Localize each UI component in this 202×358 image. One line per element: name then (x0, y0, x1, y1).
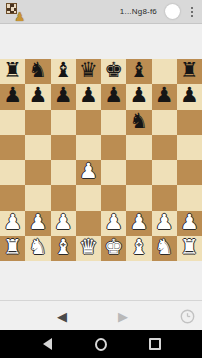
back-triangle-icon (43, 338, 52, 350)
square-f8[interactable]: ♝ (126, 59, 151, 84)
square-g7[interactable]: ♟ (152, 84, 177, 109)
black-pawn-e7[interactable]: ♟ (104, 85, 123, 106)
white-queen-d1[interactable]: ♛ (79, 237, 98, 258)
black-pawn-g7[interactable]: ♟ (155, 85, 174, 106)
chess-board[interactable]: ♜♞♝♛♚♝♜♟♟♟♟♟♟♟♟♞♟♟♟♟♟♟♟♟♜♞♝♛♚♝♞♜ (0, 59, 202, 261)
recents-square-icon (149, 338, 161, 350)
white-pawn-h2[interactable]: ♟ (180, 212, 199, 233)
square-h7[interactable]: ♟ (177, 84, 202, 109)
black-king-e8[interactable]: ♚ (104, 60, 123, 81)
square-h1[interactable]: ♜ (177, 236, 202, 261)
square-a2[interactable]: ♟ (0, 211, 25, 236)
square-e5[interactable] (101, 135, 126, 160)
square-e7[interactable]: ♟ (101, 84, 126, 109)
chess-app-icon: ♟ (6, 3, 23, 20)
white-pawn-b2[interactable]: ♟ (28, 212, 47, 233)
square-a4[interactable] (0, 160, 25, 185)
square-g1[interactable]: ♞ (152, 236, 177, 261)
square-g3[interactable] (152, 185, 177, 210)
black-pawn-c7[interactable]: ♟ (54, 85, 73, 106)
white-pawn-e2[interactable]: ♟ (104, 212, 123, 233)
square-f3[interactable] (126, 185, 151, 210)
clock-button[interactable] (172, 301, 202, 331)
square-f6[interactable]: ♞ (126, 110, 151, 135)
square-c2[interactable]: ♟ (51, 211, 76, 236)
black-bishop-c8[interactable]: ♝ (54, 60, 73, 81)
bottom-spacer (0, 261, 202, 300)
black-pawn-d7[interactable]: ♟ (79, 85, 98, 106)
white-to-move-indicator (165, 4, 180, 19)
square-g5[interactable] (152, 135, 177, 160)
white-pawn-g2[interactable]: ♟ (155, 212, 174, 233)
android-recents-button[interactable] (149, 337, 161, 351)
black-pawn-h7[interactable]: ♟ (180, 85, 199, 106)
white-knight-g1[interactable]: ♞ (155, 237, 174, 258)
square-e8[interactable]: ♚ (101, 59, 126, 84)
white-bishop-f1[interactable]: ♝ (129, 237, 148, 258)
black-pawn-a7[interactable]: ♟ (3, 85, 22, 106)
square-d2[interactable] (76, 211, 101, 236)
square-e3[interactable] (101, 185, 126, 210)
square-c5[interactable] (51, 135, 76, 160)
square-a8[interactable]: ♜ (0, 59, 25, 84)
square-c3[interactable] (51, 185, 76, 210)
black-pawn-f7[interactable]: ♟ (129, 85, 148, 106)
square-g2[interactable]: ♟ (152, 211, 177, 236)
previous-move-button[interactable]: ◀ (47, 301, 77, 331)
square-b5[interactable] (25, 135, 50, 160)
square-g6[interactable] (152, 110, 177, 135)
square-h5[interactable] (177, 135, 202, 160)
white-king-e1[interactable]: ♚ (104, 237, 123, 258)
square-a7[interactable]: ♟ (0, 84, 25, 109)
white-pawn-d4[interactable]: ♟ (79, 161, 98, 182)
white-bishop-c1[interactable]: ♝ (54, 237, 73, 258)
square-d7[interactable]: ♟ (76, 84, 101, 109)
overflow-menu-icon[interactable] (189, 5, 195, 19)
black-rook-a8[interactable]: ♜ (3, 60, 22, 81)
square-a1[interactable]: ♜ (0, 236, 25, 261)
square-e4[interactable] (101, 160, 126, 185)
square-g4[interactable] (152, 160, 177, 185)
square-b8[interactable]: ♞ (25, 59, 50, 84)
move-toolbar: ◀ ▶ (0, 300, 202, 330)
android-home-button[interactable] (95, 337, 107, 351)
black-queen-d8[interactable]: ♛ (79, 60, 98, 81)
square-a3[interactable] (0, 185, 25, 210)
square-c1[interactable]: ♝ (51, 236, 76, 261)
square-a6[interactable] (0, 110, 25, 135)
square-f5[interactable] (126, 135, 151, 160)
android-back-button[interactable] (41, 337, 53, 351)
home-circle-icon (95, 338, 107, 351)
square-b1[interactable]: ♞ (25, 236, 50, 261)
last-move-title: 1...Ng8-f6 (120, 7, 157, 16)
square-b7[interactable]: ♟ (25, 84, 50, 109)
square-b6[interactable] (25, 110, 50, 135)
square-c6[interactable] (51, 110, 76, 135)
square-h3[interactable] (177, 185, 202, 210)
white-pawn-f2[interactable]: ♟ (129, 212, 148, 233)
square-f4[interactable] (126, 160, 151, 185)
square-h4[interactable] (177, 160, 202, 185)
square-c7[interactable]: ♟ (51, 84, 76, 109)
black-pawn-b7[interactable]: ♟ (28, 85, 47, 106)
square-c4[interactable] (51, 160, 76, 185)
square-b2[interactable]: ♟ (25, 211, 50, 236)
white-pawn-c2[interactable]: ♟ (54, 212, 73, 233)
white-pawn-a2[interactable]: ♟ (3, 212, 22, 233)
square-d8[interactable]: ♛ (76, 59, 101, 84)
square-d3[interactable] (76, 185, 101, 210)
square-f2[interactable]: ♟ (126, 211, 151, 236)
square-a5[interactable] (0, 135, 25, 160)
square-f1[interactable]: ♝ (126, 236, 151, 261)
square-b3[interactable] (25, 185, 50, 210)
android-navigation-bar (0, 330, 202, 358)
square-d1[interactable]: ♛ (76, 236, 101, 261)
white-rook-a1[interactable]: ♜ (3, 237, 22, 258)
white-knight-b1[interactable]: ♞ (28, 237, 47, 258)
square-c8[interactable]: ♝ (51, 59, 76, 84)
black-knight-b8[interactable]: ♞ (28, 60, 47, 81)
gold-pawn-icon: ♟ (14, 11, 25, 23)
next-move-button[interactable]: ▶ (108, 301, 138, 331)
square-h6[interactable] (177, 110, 202, 135)
app-bar: ♟ 1...Ng8-f6 (0, 0, 202, 24)
square-b4[interactable] (25, 160, 50, 185)
white-rook-h1[interactable]: ♜ (180, 237, 199, 258)
square-e6[interactable] (101, 110, 126, 135)
square-d4[interactable]: ♟ (76, 160, 101, 185)
clock-icon (180, 309, 195, 324)
square-h8[interactable]: ♜ (177, 59, 202, 84)
square-g8[interactable] (152, 59, 177, 84)
square-f7[interactable]: ♟ (126, 84, 151, 109)
square-h2[interactable]: ♟ (177, 211, 202, 236)
top-spacer (0, 24, 202, 59)
square-d6[interactable] (76, 110, 101, 135)
black-bishop-f8[interactable]: ♝ (129, 60, 148, 81)
square-d5[interactable] (76, 135, 101, 160)
square-e2[interactable]: ♟ (101, 211, 126, 236)
square-e1[interactable]: ♚ (101, 236, 126, 261)
black-knight-f6[interactable]: ♞ (129, 111, 148, 132)
black-rook-h8[interactable]: ♜ (180, 60, 199, 81)
